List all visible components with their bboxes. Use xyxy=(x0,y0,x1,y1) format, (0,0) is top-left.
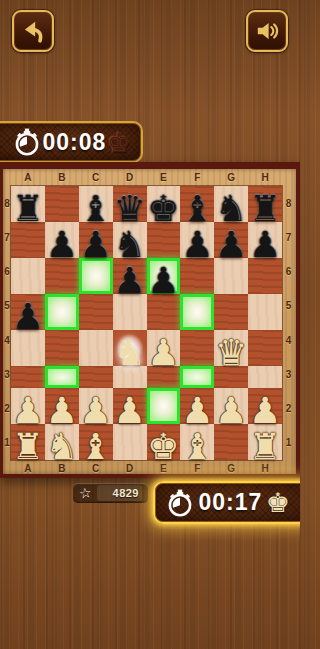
square-f3[interactable] xyxy=(180,366,214,388)
square-f2[interactable]: ♟ xyxy=(180,388,214,424)
square-e8[interactable]: ♚ xyxy=(147,186,181,222)
square-h5[interactable] xyxy=(248,294,282,330)
square-e4[interactable]: ♟ xyxy=(147,330,181,366)
rank-label-8: 8 xyxy=(3,186,11,220)
rank-label-4: 4 xyxy=(282,323,295,357)
square-f7[interactable]: ♟ xyxy=(180,222,214,258)
sound-button[interactable] xyxy=(246,10,288,52)
square-b2[interactable]: ♟ xyxy=(45,388,79,424)
square-a1[interactable]: ♜ xyxy=(11,424,45,460)
black-pawn-h7[interactable]: ♟ xyxy=(249,227,281,263)
square-b1[interactable]: ♞ xyxy=(45,424,79,460)
white-knight-b1[interactable]: ♞ xyxy=(46,429,78,465)
file-label-D: D xyxy=(113,461,147,476)
square-g5[interactable] xyxy=(214,294,248,330)
file-label-F: F xyxy=(180,170,214,185)
square-f1[interactable]: ♝ xyxy=(180,424,214,460)
score-value: 4829 xyxy=(97,485,142,501)
chess-app-screen: { "game": "chess", "position": "r1bqkbnr… xyxy=(0,0,300,649)
square-e2[interactable] xyxy=(147,388,181,424)
black-pawn-b7[interactable]: ♟ xyxy=(46,227,78,263)
white-pawn-e4[interactable]: ♟ xyxy=(147,335,179,371)
player-clock-time: 00:17 xyxy=(195,489,266,516)
rank-label-1: 1 xyxy=(282,426,295,460)
opponent-clock-panel: 00:08 ♚ xyxy=(0,121,143,163)
rank-label-7: 7 xyxy=(282,220,295,254)
file-label-G: G xyxy=(214,170,248,185)
player-clock-panel: 00:17 ♚ xyxy=(153,481,300,524)
white-knight-d4[interactable]: ♞ xyxy=(113,335,145,371)
square-h1[interactable]: ♜ xyxy=(248,424,282,460)
black-king-icon: ♚ xyxy=(107,129,131,156)
square-e1[interactable]: ♚ xyxy=(147,424,181,460)
black-knight-g8[interactable]: ♞ xyxy=(215,191,247,227)
black-king-e8[interactable]: ♚ xyxy=(147,191,179,227)
square-e6[interactable]: ♟ xyxy=(147,258,181,294)
square-g4[interactable]: ♛ xyxy=(214,330,248,366)
white-pawn-a2[interactable]: ♟ xyxy=(12,393,44,429)
square-h2[interactable]: ♟ xyxy=(248,388,282,424)
black-knight-d7[interactable]: ♞ xyxy=(113,227,145,263)
black-rook-a8[interactable]: ♜ xyxy=(12,191,44,227)
rank-label-8: 8 xyxy=(282,186,295,220)
square-b3[interactable] xyxy=(45,366,79,388)
rank-label-6: 6 xyxy=(282,255,295,289)
rank-label-1: 1 xyxy=(3,426,11,460)
black-pawn-c7[interactable]: ♟ xyxy=(80,227,112,263)
file-label-B: B xyxy=(45,170,79,185)
square-a5[interactable]: ♟ xyxy=(11,294,45,330)
black-pawn-g7[interactable]: ♟ xyxy=(215,227,247,263)
rank-label-3: 3 xyxy=(3,357,11,391)
square-b8[interactable] xyxy=(45,186,79,222)
white-rook-a1[interactable]: ♜ xyxy=(12,429,44,465)
rank-label-2: 2 xyxy=(282,392,295,426)
file-label-H: H xyxy=(248,170,282,185)
square-c1[interactable]: ♝ xyxy=(79,424,113,460)
square-b5[interactable] xyxy=(45,294,79,330)
file-label-G: G xyxy=(214,461,248,476)
black-pawn-a5[interactable]: ♟ xyxy=(12,299,44,335)
square-b7[interactable]: ♟ xyxy=(45,222,79,258)
black-pawn-d6[interactable]: ♟ xyxy=(113,263,145,299)
file-label-A: A xyxy=(11,170,45,185)
white-pawn-f2[interactable]: ♟ xyxy=(181,393,213,429)
square-d4[interactable]: ♞ xyxy=(113,330,147,366)
square-f8[interactable]: ♝ xyxy=(180,186,214,222)
black-rook-h8[interactable]: ♜ xyxy=(249,191,281,227)
white-queen-g4[interactable]: ♛ xyxy=(215,335,247,371)
white-king-e1[interactable]: ♚ xyxy=(147,429,179,465)
file-label-C: C xyxy=(79,170,113,185)
speaker-icon xyxy=(254,18,280,44)
file-label-D: D xyxy=(113,170,147,185)
rank-label-2: 2 xyxy=(3,392,11,426)
rank-labels-left: 87654321 xyxy=(3,186,11,460)
square-g7[interactable]: ♟ xyxy=(214,222,248,258)
white-pawn-c2[interactable]: ♟ xyxy=(80,393,112,429)
square-f4[interactable] xyxy=(180,330,214,366)
square-b4[interactable] xyxy=(45,330,79,366)
white-pawn-h2[interactable]: ♟ xyxy=(249,393,281,429)
white-pawn-b2[interactable]: ♟ xyxy=(46,393,78,429)
rank-label-5: 5 xyxy=(3,289,11,323)
rank-label-6: 6 xyxy=(3,255,11,289)
white-rook-h1[interactable]: ♜ xyxy=(249,429,281,465)
score-chip: ☆ 4829 xyxy=(73,483,148,503)
black-queen-d8[interactable]: ♛ xyxy=(113,191,145,227)
white-bishop-f1[interactable]: ♝ xyxy=(181,429,213,465)
stopwatch-icon xyxy=(12,127,42,157)
square-c7[interactable]: ♟ xyxy=(79,222,113,258)
square-d8[interactable]: ♛ xyxy=(113,186,147,222)
white-bishop-c1[interactable]: ♝ xyxy=(80,429,112,465)
undo-arrow-icon xyxy=(20,18,46,44)
black-bishop-f8[interactable]: ♝ xyxy=(181,191,213,227)
white-pawn-d2[interactable]: ♟ xyxy=(113,393,145,429)
square-c5[interactable] xyxy=(79,294,113,330)
white-pawn-g2[interactable]: ♟ xyxy=(215,393,247,429)
square-c4[interactable] xyxy=(79,330,113,366)
square-a3[interactable] xyxy=(11,366,45,388)
rank-labels-right: 87654321 xyxy=(282,186,295,460)
star-icon: ☆ xyxy=(78,485,92,501)
black-pawn-e6[interactable]: ♟ xyxy=(147,263,179,299)
black-bishop-c8[interactable]: ♝ xyxy=(80,191,112,227)
square-h3[interactable] xyxy=(248,366,282,388)
square-c2[interactable]: ♟ xyxy=(79,388,113,424)
square-c3[interactable] xyxy=(79,366,113,388)
rank-label-4: 4 xyxy=(3,323,11,357)
back-button[interactable] xyxy=(12,10,54,52)
square-g2[interactable]: ♟ xyxy=(214,388,248,424)
rank-label-3: 3 xyxy=(282,357,295,391)
square-h4[interactable] xyxy=(248,330,282,366)
rank-label-7: 7 xyxy=(3,220,11,254)
stopwatch-icon xyxy=(165,488,195,518)
opponent-clock-time: 00:08 xyxy=(42,129,107,156)
square-d6[interactable]: ♟ xyxy=(113,258,147,294)
square-c8[interactable]: ♝ xyxy=(79,186,113,222)
square-f5[interactable] xyxy=(180,294,214,330)
square-a2[interactable]: ♟ xyxy=(11,388,45,424)
file-labels-top: ABCDEFGH xyxy=(11,170,282,185)
square-a8[interactable]: ♜ xyxy=(11,186,45,222)
square-h7[interactable]: ♟ xyxy=(248,222,282,258)
square-a6[interactable] xyxy=(11,258,45,294)
square-h8[interactable]: ♜ xyxy=(248,186,282,222)
square-d7[interactable]: ♞ xyxy=(113,222,147,258)
square-g8[interactable]: ♞ xyxy=(214,186,248,222)
square-d2[interactable]: ♟ xyxy=(113,388,147,424)
white-king-icon: ♚ xyxy=(266,489,290,516)
black-pawn-f7[interactable]: ♟ xyxy=(181,227,213,263)
board-grid: ♜♝♛♚♝♞♜♟♟♞♟♟♟♟♟♟♞♟♛♟♟♟♟♟♟♟♜♞♝♚♝♜ xyxy=(11,186,282,460)
chess-board: ABCDEFGH ABCDEFGH 87654321 87654321 ♜♝♛♚… xyxy=(0,162,300,478)
file-label-E: E xyxy=(147,170,181,185)
rank-label-5: 5 xyxy=(282,289,295,323)
